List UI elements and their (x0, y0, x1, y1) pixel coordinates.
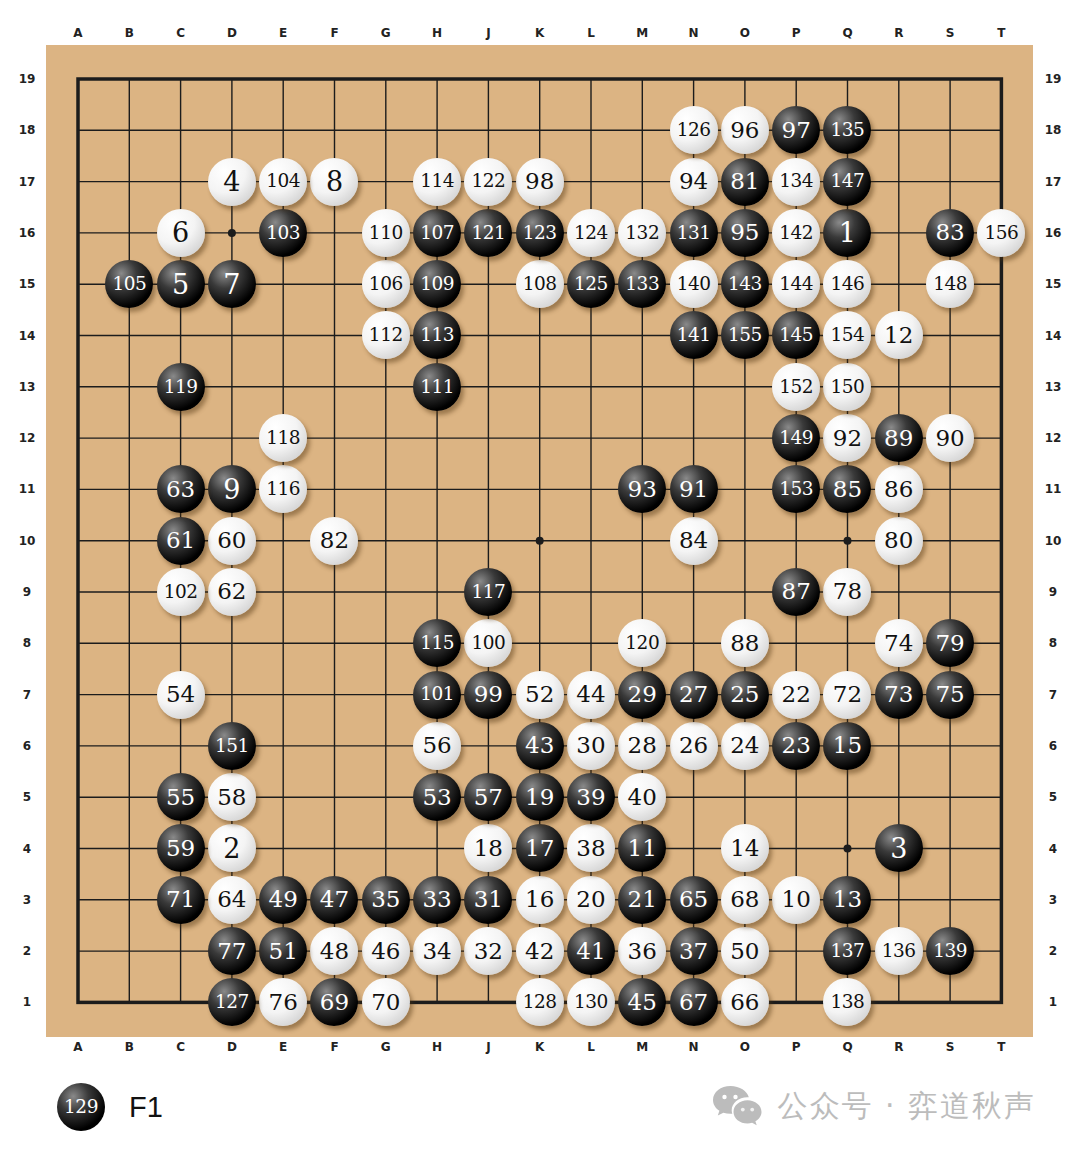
board-point-H17: 114 (411, 156, 462, 207)
board-point-S15: 148 (924, 259, 975, 310)
board-point-J7: 99 (463, 669, 514, 720)
coord-label-right-7: 7 (1049, 688, 1057, 702)
board-point-N3: 65 (668, 874, 719, 925)
go-stone-black-P18: 97 (772, 106, 820, 154)
coord-label-right-3: 3 (1049, 893, 1057, 907)
go-stone-white-H17: 114 (413, 158, 461, 206)
go-stone-white-G14: 112 (362, 311, 410, 359)
board-point-D11: 9 (206, 464, 257, 515)
go-stone-black-F3: 47 (310, 876, 358, 924)
board-point-N18: 126 (668, 105, 719, 156)
coord-label-left-2: 2 (23, 944, 31, 958)
go-stone-black-Q18: 135 (823, 106, 871, 154)
board-point-G2: 46 (360, 925, 411, 976)
coord-label-top-M: M (636, 26, 648, 40)
board-point-F3: 47 (309, 874, 360, 925)
go-stone-white-G1: 70 (362, 978, 410, 1026)
board-point-Q6: 15 (822, 720, 873, 771)
go-stone-white-P15: 144 (772, 260, 820, 308)
go-stone-white-D3: 64 (208, 876, 256, 924)
go-stone-white-Q14: 154 (823, 311, 871, 359)
board-point-F2: 48 (309, 925, 360, 976)
coord-label-left-19: 19 (19, 72, 36, 86)
board-point-N11: 91 (668, 464, 719, 515)
coord-label-left-7: 7 (23, 688, 31, 702)
board-point-H16: 107 (411, 207, 462, 258)
board-point-R14: 12 (873, 310, 924, 361)
go-stone-black-J5: 57 (464, 773, 512, 821)
board-point-M11: 93 (617, 464, 668, 515)
coord-label-left-13: 13 (19, 380, 36, 394)
board-point-Q14: 154 (822, 310, 873, 361)
board-point-C3: 71 (155, 874, 206, 925)
go-stone-black-H3: 33 (413, 876, 461, 924)
coord-label-bottom-L: L (587, 1040, 595, 1054)
coord-label-left-15: 15 (19, 277, 36, 291)
board-point-O4: 14 (719, 823, 770, 874)
go-stone-black-O16: 95 (721, 209, 769, 257)
board-point-Q18: 135 (822, 105, 873, 156)
go-stone-black-L5: 39 (567, 773, 615, 821)
coord-label-right-17: 17 (1045, 175, 1062, 189)
watermark: 公众号 · 弈道秋声 (711, 1084, 1036, 1128)
coord-label-bottom-E: E (279, 1040, 287, 1054)
board-point-J16: 121 (463, 207, 514, 258)
go-stone-black-C13: 119 (157, 363, 205, 411)
board-point-L5: 39 (565, 772, 616, 823)
go-stone-white-O1: 66 (721, 978, 769, 1026)
coord-label-right-13: 13 (1045, 380, 1062, 394)
go-stone-black-P11: 153 (772, 465, 820, 513)
board-point-M4: 11 (617, 823, 668, 874)
go-stone-black-S8: 79 (926, 619, 974, 667)
board-point-M2: 36 (617, 925, 668, 976)
go-stone-black-H15: 109 (413, 260, 461, 308)
board-point-S2: 139 (924, 925, 975, 976)
coord-label-bottom-M: M (636, 1040, 648, 1054)
coord-label-top-K: K (535, 26, 544, 40)
go-stone-black-J3: 31 (464, 876, 512, 924)
board-point-M6: 28 (617, 720, 668, 771)
board-point-Q11: 85 (822, 464, 873, 515)
go-stone-white-P16: 142 (772, 209, 820, 257)
board-point-H8: 115 (411, 618, 462, 669)
board-point-P18: 97 (771, 105, 822, 156)
coord-label-top-D: D (227, 26, 237, 40)
coord-label-right-8: 8 (1049, 636, 1057, 650)
board-point-J8: 100 (463, 618, 514, 669)
go-stone-white-D9: 62 (208, 568, 256, 616)
board-point-C11: 63 (155, 464, 206, 515)
board-point-N10: 84 (668, 515, 719, 566)
board-point-D5: 58 (206, 772, 257, 823)
go-stone-white-K3: 16 (516, 876, 564, 924)
go-stone-black-R12: 89 (875, 414, 923, 462)
board-point-S12: 90 (924, 412, 975, 463)
stones-layer: 1234567891011121314151617181920212223242… (52, 53, 1027, 1028)
board-point-H5: 53 (411, 772, 462, 823)
coord-label-top-Q: Q (842, 26, 852, 40)
coord-label-right-11: 11 (1045, 482, 1062, 496)
go-stone-white-R11: 86 (875, 465, 923, 513)
go-stone-black-D1: 127 (208, 978, 256, 1026)
go-stone-black-C3: 71 (157, 876, 205, 924)
go-stone-black-N2: 37 (670, 927, 718, 975)
go-stone-black-N1: 67 (670, 978, 718, 1026)
go-stone-black-O15: 143 (721, 260, 769, 308)
board-point-O6: 24 (719, 720, 770, 771)
coord-label-top-N: N (689, 26, 699, 40)
go-stone-white-Q7: 72 (823, 671, 871, 719)
board-point-R12: 89 (873, 412, 924, 463)
go-stone-white-L1: 130 (567, 978, 615, 1026)
board-point-E17: 104 (258, 156, 309, 207)
coord-label-bottom-G: G (381, 1040, 391, 1054)
go-stone-black-E2: 51 (259, 927, 307, 975)
coord-label-bottom-T: T (997, 1040, 1005, 1054)
go-stone-white-P7: 22 (772, 671, 820, 719)
go-stone-white-N6: 26 (670, 722, 718, 770)
coord-label-bottom-Q: Q (842, 1040, 852, 1054)
board-point-L7: 44 (565, 669, 616, 720)
board-point-Q12: 92 (822, 412, 873, 463)
board-point-L2: 41 (565, 925, 616, 976)
board-point-P15: 144 (771, 259, 822, 310)
go-stone-white-C9: 102 (157, 568, 205, 616)
board-point-J2: 32 (463, 925, 514, 976)
go-stone-black-C11: 63 (157, 465, 205, 513)
go-stone-black-N3: 65 (670, 876, 718, 924)
go-stone-black-D11: 9 (208, 465, 256, 513)
coord-label-bottom-O: O (740, 1040, 750, 1054)
go-stone-white-R14: 12 (875, 311, 923, 359)
board-point-O14: 155 (719, 310, 770, 361)
board-point-M8: 120 (617, 618, 668, 669)
board-point-J3: 31 (463, 874, 514, 925)
board-point-R11: 86 (873, 464, 924, 515)
coord-label-bottom-N: N (689, 1040, 699, 1054)
go-stone-black-H16: 107 (413, 209, 461, 257)
go-stone-black-D2: 77 (208, 927, 256, 975)
go-stone-white-Q9: 78 (823, 568, 871, 616)
board-point-Q16: 1 (822, 207, 873, 258)
board-point-G15: 106 (360, 259, 411, 310)
coord-label-left-9: 9 (23, 585, 31, 599)
board-point-K3: 16 (514, 874, 565, 925)
go-stone-white-C7: 54 (157, 671, 205, 719)
board-point-H3: 33 (411, 874, 462, 925)
go-stone-black-N11: 91 (670, 465, 718, 513)
board-point-P16: 142 (771, 207, 822, 258)
go-stone-white-J4: 18 (464, 824, 512, 872)
board-point-M1: 45 (617, 977, 668, 1028)
go-stone-white-K2: 42 (516, 927, 564, 975)
coord-label-right-1: 1 (1049, 995, 1057, 1009)
board-point-E3: 49 (258, 874, 309, 925)
coord-label-right-5: 5 (1049, 790, 1057, 804)
go-stone-black-O7: 25 (721, 671, 769, 719)
go-stone-white-J8: 100 (464, 619, 512, 667)
go-stone-white-R8: 74 (875, 619, 923, 667)
wechat-icon (711, 1084, 763, 1128)
board-point-R8: 74 (873, 618, 924, 669)
board-point-H13: 111 (411, 361, 462, 412)
board-point-C16: 6 (155, 207, 206, 258)
go-stone-white-Q13: 150 (823, 363, 871, 411)
board-point-K17: 98 (514, 156, 565, 207)
go-stone-white-L4: 38 (567, 824, 615, 872)
go-stone-white-S15: 148 (926, 260, 974, 308)
board-point-C10: 61 (155, 515, 206, 566)
board-point-T16: 156 (976, 207, 1027, 258)
board-point-C5: 55 (155, 772, 206, 823)
board-point-H7: 101 (411, 669, 462, 720)
coord-label-bottom-B: B (125, 1040, 134, 1054)
go-stone-black-E3: 49 (259, 876, 307, 924)
go-stone-black-O17: 81 (721, 158, 769, 206)
go-stone-white-N18: 126 (670, 106, 718, 154)
coord-label-top-E: E (279, 26, 287, 40)
go-stone-black-B15: 105 (105, 260, 153, 308)
board-point-O7: 25 (719, 669, 770, 720)
go-stone-white-F2: 48 (310, 927, 358, 975)
coord-label-right-10: 10 (1045, 534, 1062, 548)
board-point-D2: 77 (206, 925, 257, 976)
coord-label-right-2: 2 (1049, 944, 1057, 958)
board-point-M7: 29 (617, 669, 668, 720)
coord-label-left-4: 4 (23, 842, 31, 856)
board-point-N7: 27 (668, 669, 719, 720)
go-stone-black-C4: 59 (157, 824, 205, 872)
go-stone-black-S7: 75 (926, 671, 974, 719)
board-point-O17: 81 (719, 156, 770, 207)
board-point-E16: 103 (258, 207, 309, 258)
go-stone-black-S2: 139 (926, 927, 974, 975)
go-stone-black-M15: 133 (618, 260, 666, 308)
coord-label-top-P: P (792, 26, 801, 40)
go-stone-white-O6: 24 (721, 722, 769, 770)
board-point-H6: 56 (411, 720, 462, 771)
go-stone-black-H5: 53 (413, 773, 461, 821)
board-point-F1: 69 (309, 977, 360, 1028)
coord-label-top-H: H (432, 26, 442, 40)
coord-label-left-16: 16 (19, 226, 36, 240)
go-stone-white-E11: 116 (259, 465, 307, 513)
go-stone-white-O3: 68 (721, 876, 769, 924)
go-stone-black-O14: 155 (721, 311, 769, 359)
coord-label-top-S: S (946, 26, 955, 40)
go-stone-white-E1: 76 (259, 978, 307, 1026)
coord-label-right-12: 12 (1045, 431, 1062, 445)
board-point-D9: 62 (206, 566, 257, 617)
go-stone-black-P12: 149 (772, 414, 820, 462)
go-stone-white-P13: 152 (772, 363, 820, 411)
board-point-Q9: 78 (822, 566, 873, 617)
coord-label-bottom-K: K (535, 1040, 544, 1054)
board-point-K5: 19 (514, 772, 565, 823)
go-stone-white-J17: 122 (464, 158, 512, 206)
board-point-M3: 21 (617, 874, 668, 925)
board-point-K2: 42 (514, 925, 565, 976)
coord-label-right-6: 6 (1049, 739, 1057, 753)
board-point-Q2: 137 (822, 925, 873, 976)
coord-label-top-A: A (73, 26, 82, 40)
go-stone-black-J16: 121 (464, 209, 512, 257)
board-point-O2: 50 (719, 925, 770, 976)
go-stone-white-T16: 156 (977, 209, 1025, 257)
go-stone-white-K17: 98 (516, 158, 564, 206)
go-stone-white-N10: 84 (670, 517, 718, 565)
go-stone-white-D4: 2 (208, 824, 256, 872)
go-stone-black-R4: 3 (875, 824, 923, 872)
go-stone-black-D6: 151 (208, 722, 256, 770)
board-point-G3: 35 (360, 874, 411, 925)
board-point-P11: 153 (771, 464, 822, 515)
coord-label-left-10: 10 (19, 534, 36, 548)
go-stone-black-R7: 73 (875, 671, 923, 719)
board-point-P17: 134 (771, 156, 822, 207)
coord-label-top-O: O (740, 26, 750, 40)
go-stone-white-M2: 36 (618, 927, 666, 975)
go-stone-white-K15: 108 (516, 260, 564, 308)
board-point-L3: 20 (565, 874, 616, 925)
go-stone-white-F10: 82 (310, 517, 358, 565)
go-stone-white-D10: 60 (208, 517, 256, 565)
board-point-H15: 109 (411, 259, 462, 310)
caption-stone: 129 (57, 1083, 105, 1131)
board-point-S16: 83 (924, 207, 975, 258)
board-point-F17: 8 (309, 156, 360, 207)
go-stone-white-K7: 52 (516, 671, 564, 719)
kifu-page: 1234567891011121314151617181920212223242… (0, 0, 1080, 1156)
board-point-N14: 141 (668, 310, 719, 361)
board-point-K15: 108 (514, 259, 565, 310)
board-point-N1: 67 (668, 977, 719, 1028)
board-point-P9: 87 (771, 566, 822, 617)
caption-location: F1 (129, 1091, 163, 1124)
go-stone-black-L2: 41 (567, 927, 615, 975)
board-point-C15: 5 (155, 259, 206, 310)
go-stone-white-D17: 4 (208, 158, 256, 206)
go-stone-white-D5: 58 (208, 773, 256, 821)
board-point-Q7: 72 (822, 669, 873, 720)
coord-label-bottom-J: J (486, 1040, 490, 1054)
coord-label-bottom-S: S (946, 1040, 955, 1054)
board-point-D1: 127 (206, 977, 257, 1028)
board-point-M15: 133 (617, 259, 668, 310)
go-stone-black-Q3: 13 (823, 876, 871, 924)
go-stone-black-H14: 113 (413, 311, 461, 359)
go-stone-white-L16: 124 (567, 209, 615, 257)
go-stone-black-H7: 101 (413, 671, 461, 719)
go-stone-black-N16: 131 (670, 209, 718, 257)
board-point-D10: 60 (206, 515, 257, 566)
go-stone-white-O4: 14 (721, 824, 769, 872)
go-stone-white-H6: 56 (413, 722, 461, 770)
coord-label-bottom-H: H (432, 1040, 442, 1054)
go-stone-black-N14: 141 (670, 311, 718, 359)
go-stone-black-C5: 55 (157, 773, 205, 821)
go-stone-black-L15: 125 (567, 260, 615, 308)
go-stone-white-P17: 134 (772, 158, 820, 206)
go-stone-black-P9: 87 (772, 568, 820, 616)
go-stone-black-J7: 99 (464, 671, 512, 719)
go-stone-white-C16: 6 (157, 209, 205, 257)
coord-label-bottom-P: P (792, 1040, 801, 1054)
go-stone-black-Q17: 147 (823, 158, 871, 206)
go-stone-white-L3: 20 (567, 876, 615, 924)
board-point-K6: 43 (514, 720, 565, 771)
go-stone-black-C15: 5 (157, 260, 205, 308)
board-point-L15: 125 (565, 259, 616, 310)
board-point-O3: 68 (719, 874, 770, 925)
coord-label-left-17: 17 (19, 175, 36, 189)
go-stone-black-G3: 35 (362, 876, 410, 924)
go-stone-white-H2: 34 (413, 927, 461, 975)
board-point-Q13: 150 (822, 361, 873, 412)
board-point-S8: 79 (924, 618, 975, 669)
board-point-O1: 66 (719, 977, 770, 1028)
board-point-L16: 124 (565, 207, 616, 258)
go-stone-white-Q15: 146 (823, 260, 871, 308)
go-stone-black-N7: 27 (670, 671, 718, 719)
board-point-L4: 38 (565, 823, 616, 874)
coord-label-left-3: 3 (23, 893, 31, 907)
coord-label-left-1: 1 (23, 995, 31, 1009)
go-stone-white-P3: 10 (772, 876, 820, 924)
board-point-H2: 34 (411, 925, 462, 976)
board-point-C9: 102 (155, 566, 206, 617)
go-stone-black-D15: 7 (208, 260, 256, 308)
board-point-E12: 118 (258, 412, 309, 463)
board-point-G1: 70 (360, 977, 411, 1028)
go-stone-white-F17: 8 (310, 158, 358, 206)
board-point-D6: 151 (206, 720, 257, 771)
go-stone-black-K6: 43 (516, 722, 564, 770)
board-point-R10: 80 (873, 515, 924, 566)
board-point-Q17: 147 (822, 156, 873, 207)
board-point-L1: 130 (565, 977, 616, 1028)
coord-label-top-L: L (587, 26, 595, 40)
board-point-S7: 75 (924, 669, 975, 720)
board-point-M16: 132 (617, 207, 668, 258)
board-point-J17: 122 (463, 156, 514, 207)
go-stone-black-H13: 111 (413, 363, 461, 411)
go-stone-white-E12: 118 (259, 414, 307, 462)
board-point-D17: 4 (206, 156, 257, 207)
coord-label-top-F: F (330, 26, 338, 40)
board-point-P7: 22 (771, 669, 822, 720)
go-stone-white-Q1: 138 (823, 978, 871, 1026)
board-point-Q15: 146 (822, 259, 873, 310)
go-stone-white-O2: 50 (721, 927, 769, 975)
board-point-P6: 23 (771, 720, 822, 771)
go-stone-black-P14: 145 (772, 311, 820, 359)
go-stone-white-J2: 32 (464, 927, 512, 975)
board-point-F10: 82 (309, 515, 360, 566)
go-stone-black-K5: 19 (516, 773, 564, 821)
board-point-K7: 52 (514, 669, 565, 720)
coord-label-left-14: 14 (19, 329, 36, 343)
go-stone-black-P6: 23 (772, 722, 820, 770)
go-stone-black-K4: 17 (516, 824, 564, 872)
go-stone-black-Q6: 15 (823, 722, 871, 770)
go-stone-white-G2: 46 (362, 927, 410, 975)
go-stone-white-E17: 104 (259, 158, 307, 206)
coord-label-top-J: J (486, 26, 490, 40)
go-stone-white-R2: 136 (875, 927, 923, 975)
caption-move-number: 129 (64, 1098, 98, 1117)
